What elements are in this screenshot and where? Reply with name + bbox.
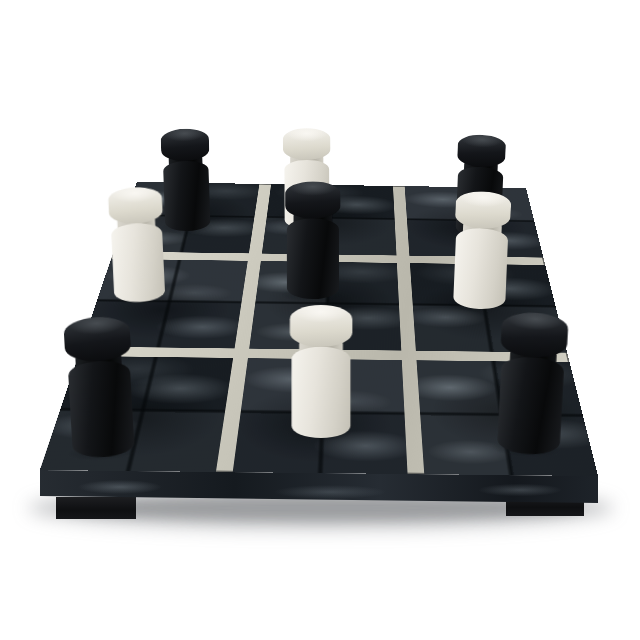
piece-cap	[160, 128, 209, 162]
piece-r2c2-black[interactable]	[495, 311, 569, 456]
piece-r1c1-black[interactable]	[285, 181, 341, 299]
piece-cap	[108, 186, 164, 225]
piece-r2c1-white[interactable]	[290, 305, 353, 438]
piece-cap	[455, 190, 512, 229]
piece-r2c0-black[interactable]	[63, 315, 137, 459]
piece-cap	[500, 311, 569, 359]
piece-r0c0-black[interactable]	[160, 128, 212, 232]
piece-r1c0-white[interactable]	[108, 186, 167, 303]
piece-body	[111, 222, 165, 303]
board-drop-shadow-core	[60, 495, 580, 521]
piece-cap	[457, 134, 506, 168]
piece-cap	[285, 181, 341, 218]
board-foot-left	[56, 497, 136, 519]
piece-r1c2-white[interactable]	[451, 190, 511, 310]
piece-body	[497, 355, 565, 455]
piece-body	[287, 218, 339, 299]
piece-body	[68, 359, 135, 458]
piece-body	[453, 227, 508, 310]
piece-cap	[283, 128, 331, 160]
piece-body	[292, 347, 351, 438]
product-photo	[0, 0, 640, 640]
piece-cap	[290, 305, 353, 347]
piece-body	[163, 160, 211, 232]
board-foot-right	[506, 494, 584, 516]
